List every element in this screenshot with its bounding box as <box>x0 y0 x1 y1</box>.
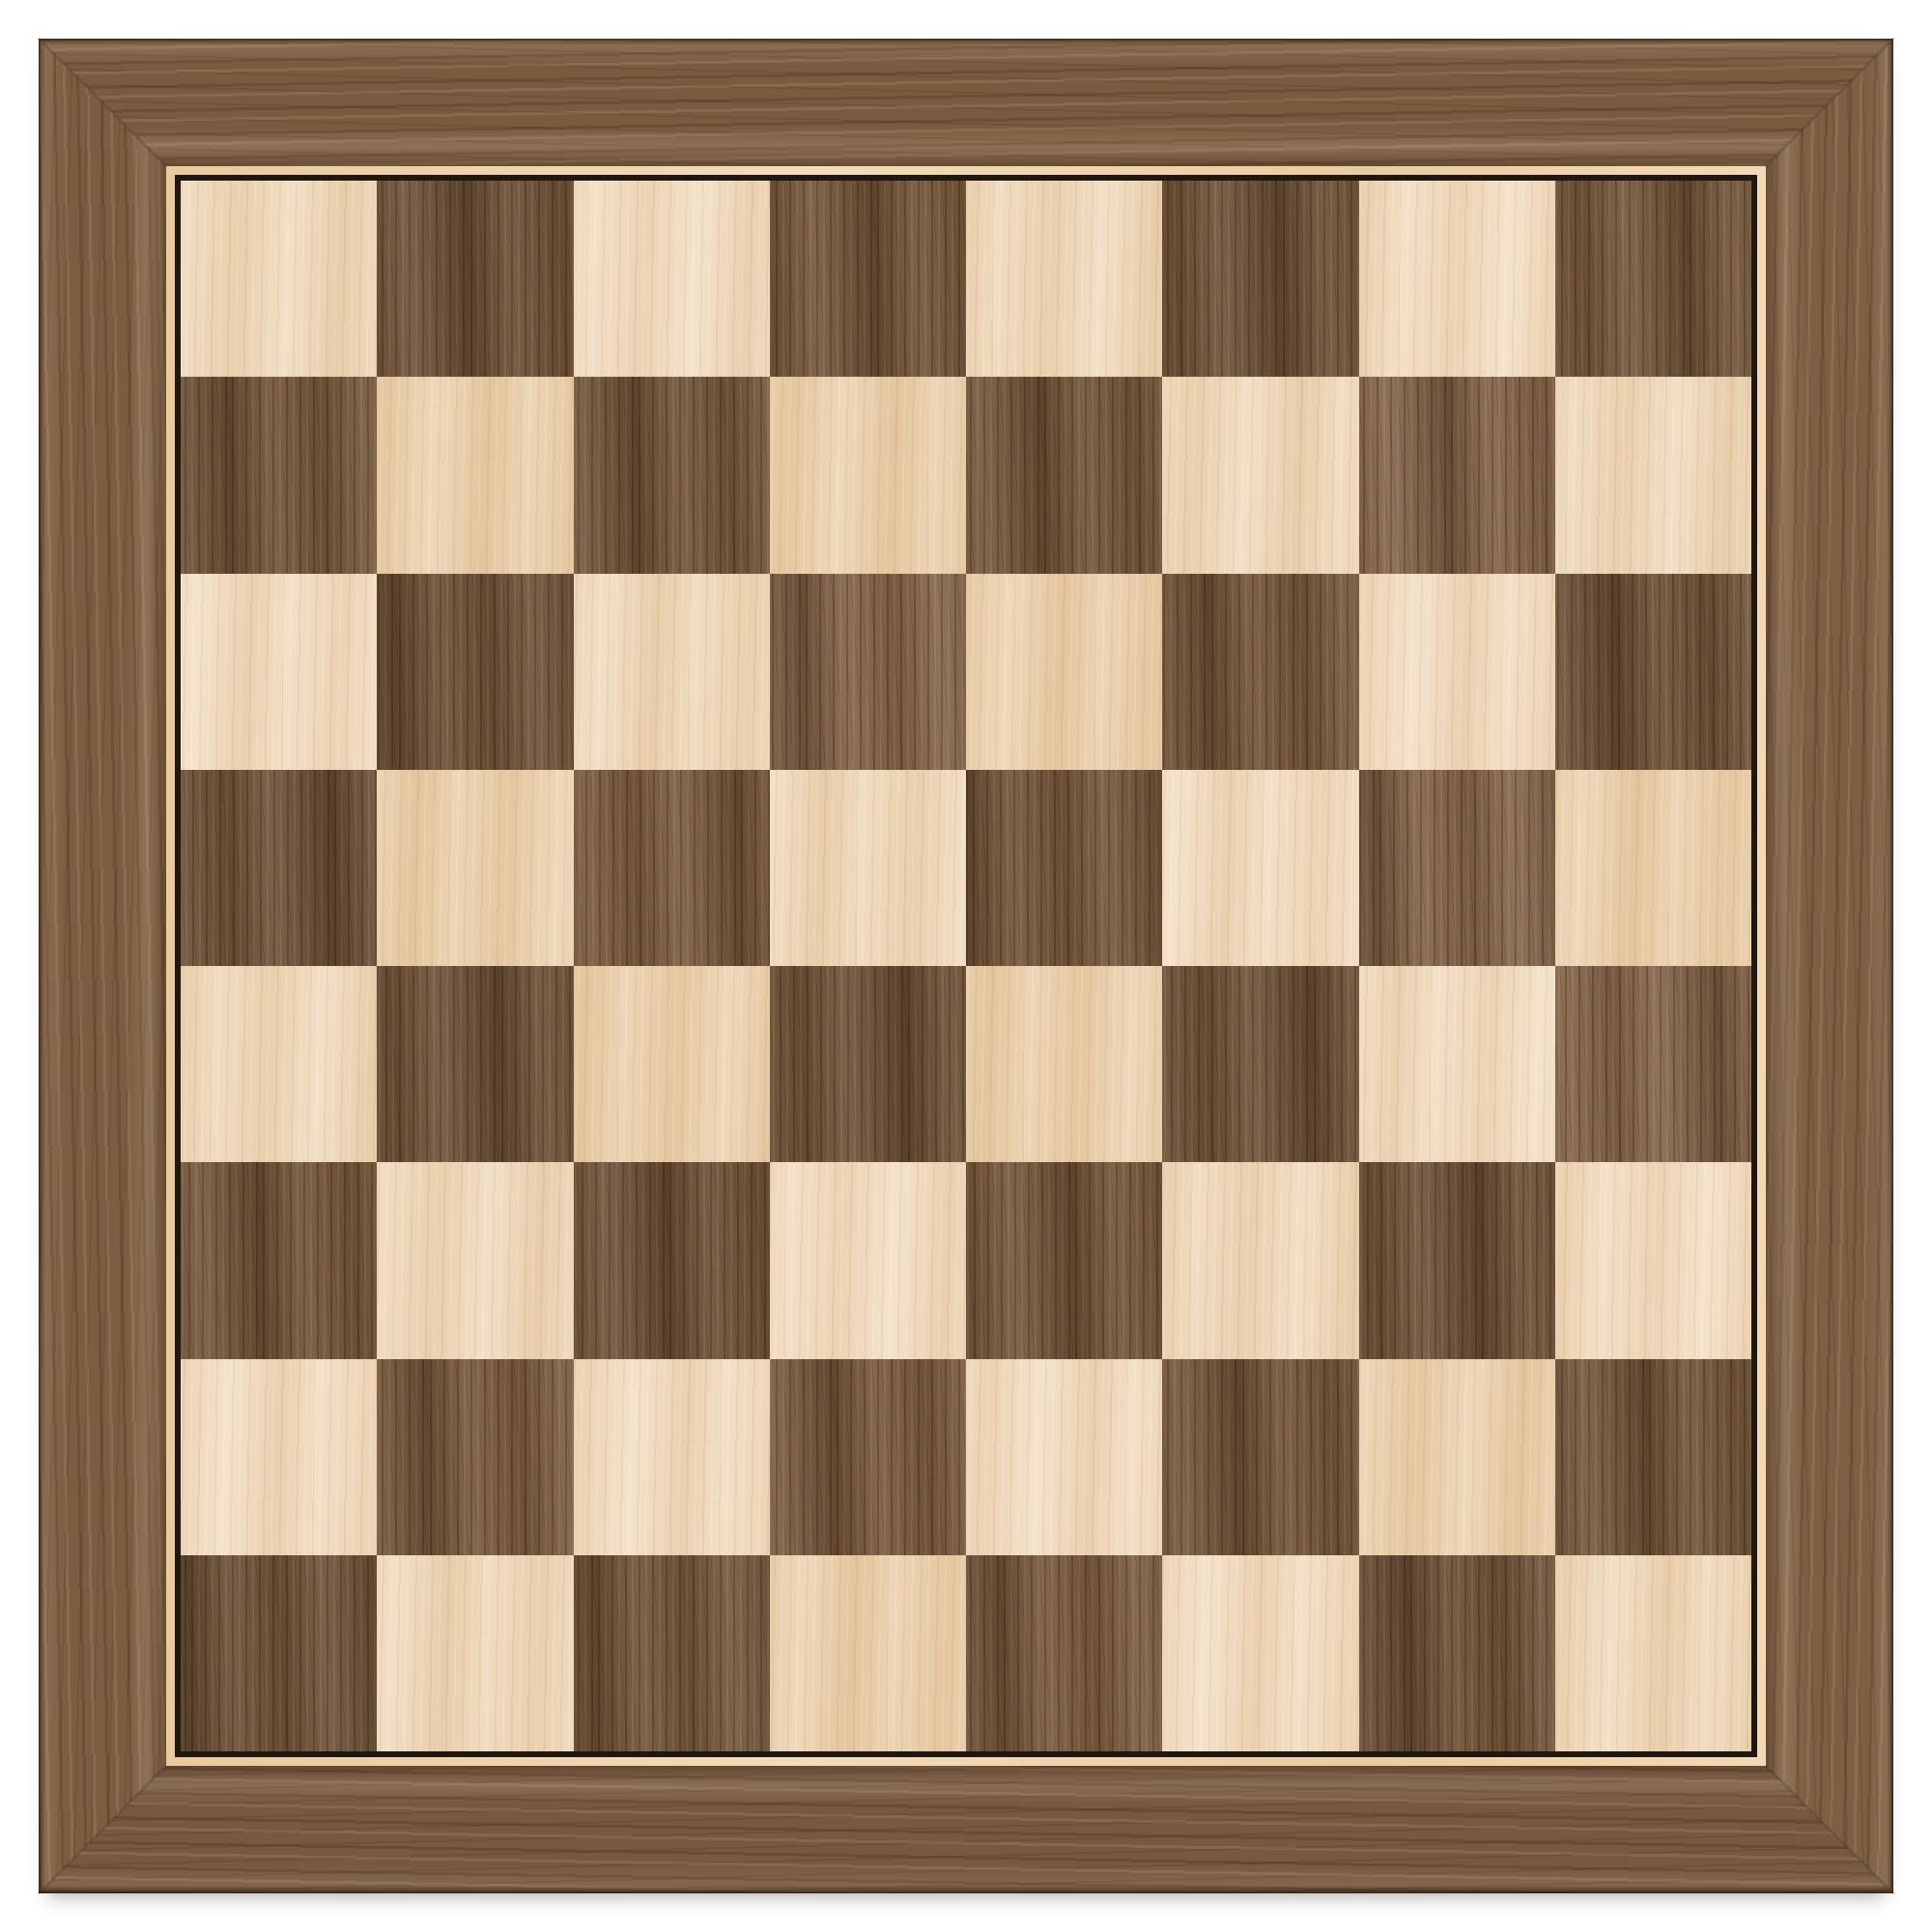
square-g1[interactable] <box>1359 1555 1555 1751</box>
square-f7[interactable] <box>1162 377 1358 573</box>
square-a4[interactable] <box>181 966 377 1162</box>
square-e7[interactable] <box>966 377 1162 573</box>
maple-pinstripe <box>166 166 1766 1766</box>
square-h2[interactable] <box>1555 1359 1751 1555</box>
square-d1[interactable] <box>770 1555 966 1751</box>
square-d2[interactable] <box>770 1359 966 1555</box>
square-h3[interactable] <box>1555 1162 1751 1358</box>
square-d8[interactable] <box>770 181 966 377</box>
square-a5[interactable] <box>181 770 377 966</box>
square-g2[interactable] <box>1359 1359 1555 1555</box>
square-h1[interactable] <box>1555 1555 1751 1751</box>
square-c7[interactable] <box>574 377 770 573</box>
square-g5[interactable] <box>1359 770 1555 966</box>
square-c6[interactable] <box>574 574 770 770</box>
square-a3[interactable] <box>181 1162 377 1358</box>
square-e4[interactable] <box>966 966 1162 1162</box>
square-c4[interactable] <box>574 966 770 1162</box>
square-h8[interactable] <box>1555 181 1751 377</box>
square-c3[interactable] <box>574 1162 770 1358</box>
square-f5[interactable] <box>1162 770 1358 966</box>
square-d6[interactable] <box>770 574 966 770</box>
square-h5[interactable] <box>1555 770 1751 966</box>
ebony-pinstripe <box>175 175 1757 1757</box>
square-a2[interactable] <box>181 1359 377 1555</box>
square-d5[interactable] <box>770 770 966 966</box>
square-a6[interactable] <box>181 574 377 770</box>
photo-backdrop <box>0 0 1932 1932</box>
square-e1[interactable] <box>966 1555 1162 1751</box>
square-d4[interactable] <box>770 966 966 1162</box>
square-e6[interactable] <box>966 574 1162 770</box>
square-e2[interactable] <box>966 1359 1162 1555</box>
square-h7[interactable] <box>1555 377 1751 573</box>
square-e3[interactable] <box>966 1162 1162 1358</box>
square-a7[interactable] <box>181 377 377 573</box>
square-f1[interactable] <box>1162 1555 1358 1751</box>
chess-board <box>39 39 1893 1893</box>
square-b6[interactable] <box>377 574 573 770</box>
square-c1[interactable] <box>574 1555 770 1751</box>
square-f2[interactable] <box>1162 1359 1358 1555</box>
square-f4[interactable] <box>1162 966 1358 1162</box>
square-c5[interactable] <box>574 770 770 966</box>
square-c2[interactable] <box>574 1359 770 1555</box>
square-b4[interactable] <box>377 966 573 1162</box>
square-g3[interactable] <box>1359 1162 1555 1358</box>
square-h6[interactable] <box>1555 574 1751 770</box>
square-e8[interactable] <box>966 181 1162 377</box>
square-a8[interactable] <box>181 181 377 377</box>
square-b1[interactable] <box>377 1555 573 1751</box>
square-d3[interactable] <box>770 1162 966 1358</box>
square-g7[interactable] <box>1359 377 1555 573</box>
square-f3[interactable] <box>1162 1162 1358 1358</box>
square-b3[interactable] <box>377 1162 573 1358</box>
square-g4[interactable] <box>1359 966 1555 1162</box>
square-a1[interactable] <box>181 1555 377 1751</box>
square-d7[interactable] <box>770 377 966 573</box>
square-f8[interactable] <box>1162 181 1358 377</box>
square-g8[interactable] <box>1359 181 1555 377</box>
square-b8[interactable] <box>377 181 573 377</box>
square-b5[interactable] <box>377 770 573 966</box>
square-h4[interactable] <box>1555 966 1751 1162</box>
squares-grid <box>181 181 1751 1751</box>
square-f6[interactable] <box>1162 574 1358 770</box>
square-c8[interactable] <box>574 181 770 377</box>
square-g6[interactable] <box>1359 574 1555 770</box>
square-e5[interactable] <box>966 770 1162 966</box>
square-b2[interactable] <box>377 1359 573 1555</box>
square-b7[interactable] <box>377 377 573 573</box>
